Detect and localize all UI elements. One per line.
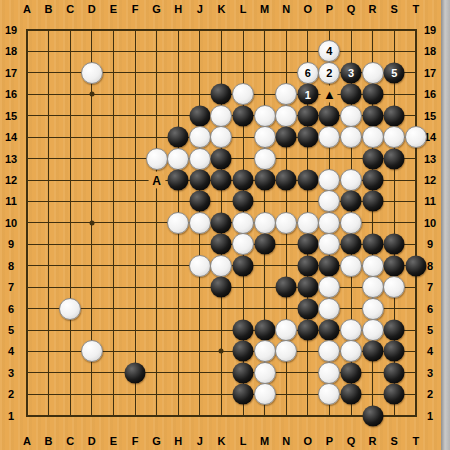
hoshi-point-D10 xyxy=(89,220,94,225)
coord-left-16: 16 xyxy=(5,89,17,100)
stone-black-O8[interactable] xyxy=(297,255,318,276)
stone-white-P14[interactable] xyxy=(318,126,340,148)
stone-white-M2[interactable] xyxy=(254,383,276,405)
stone-black-L15[interactable] xyxy=(233,105,254,126)
stone-black-J15[interactable] xyxy=(189,105,210,126)
stone-white-H13[interactable] xyxy=(167,148,189,170)
stone-black-O5[interactable] xyxy=(297,320,318,341)
hoshi-point-K4 xyxy=(219,349,224,354)
coord-left-13: 13 xyxy=(5,153,17,164)
stone-black-F3[interactable] xyxy=(125,362,146,383)
coord-left-9: 9 xyxy=(8,239,14,250)
stone-white-R17[interactable] xyxy=(362,62,384,84)
stone-black-O9[interactable] xyxy=(297,234,318,255)
coord-bottom-A: A xyxy=(23,436,31,447)
grid-line xyxy=(415,29,417,417)
stone-black-L11[interactable] xyxy=(233,191,254,212)
stone-black-S17[interactable]: 5 xyxy=(384,62,405,83)
stone-black-J11[interactable] xyxy=(189,191,210,212)
coord-right-10: 10 xyxy=(424,217,436,228)
coord-bottom-S: S xyxy=(391,436,398,447)
stone-black-O16[interactable]: 1 xyxy=(297,84,318,105)
coord-bottom-L: L xyxy=(240,436,247,447)
coord-left-5: 5 xyxy=(8,325,14,336)
coord-left-2: 2 xyxy=(8,389,14,400)
coord-top-K: K xyxy=(217,4,225,15)
stone-white-L10[interactable] xyxy=(232,212,254,234)
coord-top-H: H xyxy=(174,4,182,15)
stone-black-P5[interactable] xyxy=(319,320,340,341)
stone-white-O17[interactable]: 6 xyxy=(297,62,319,84)
stone-black-S9[interactable] xyxy=(384,234,405,255)
move-number-label: 5 xyxy=(391,67,397,79)
letter-mark-G12[interactable]: A xyxy=(148,172,165,189)
grid-line xyxy=(26,308,417,309)
coord-bottom-H: H xyxy=(174,436,182,447)
stone-black-P15[interactable] xyxy=(319,105,340,126)
coord-top-M: M xyxy=(260,4,269,15)
coord-bottom-T: T xyxy=(412,436,419,447)
stone-black-H14[interactable] xyxy=(168,127,189,148)
stone-white-M3[interactable] xyxy=(254,362,276,384)
coord-right-6: 6 xyxy=(427,303,433,314)
stone-black-L3[interactable] xyxy=(233,362,254,383)
coord-bottom-O: O xyxy=(304,436,313,447)
stone-white-R8[interactable] xyxy=(362,255,384,277)
stone-black-S15[interactable] xyxy=(384,105,405,126)
coord-bottom-M: M xyxy=(260,436,269,447)
move-number-label: 6 xyxy=(305,67,311,79)
coord-top-L: L xyxy=(240,4,247,15)
coord-left-10: 10 xyxy=(5,217,17,228)
move-number-label: 4 xyxy=(326,45,332,57)
stone-black-Q11[interactable] xyxy=(341,191,362,212)
stone-black-R9[interactable] xyxy=(362,234,383,255)
stone-white-K15[interactable] xyxy=(210,105,232,127)
stone-black-R16[interactable] xyxy=(362,84,383,105)
stone-white-J14[interactable] xyxy=(189,126,211,148)
coord-left-1: 1 xyxy=(8,410,14,421)
stone-black-M9[interactable] xyxy=(254,234,275,255)
coord-right-9: 9 xyxy=(427,239,433,250)
coord-bottom-F: F xyxy=(132,436,139,447)
stone-black-N7[interactable] xyxy=(276,277,297,298)
stone-black-S5[interactable] xyxy=(384,320,405,341)
stone-black-T8[interactable] xyxy=(405,255,426,276)
coord-right-7: 7 xyxy=(427,282,433,293)
stone-black-Q2[interactable] xyxy=(341,384,362,405)
coord-right-8: 8 xyxy=(427,260,433,271)
coord-bottom-Q: Q xyxy=(347,436,356,447)
stone-white-P3[interactable] xyxy=(318,362,340,384)
stone-white-S14[interactable] xyxy=(383,126,405,148)
stone-white-L9[interactable] xyxy=(232,233,254,255)
stone-black-S3[interactable] xyxy=(384,362,405,383)
stone-black-P8[interactable] xyxy=(319,255,340,276)
stone-black-K12[interactable] xyxy=(211,170,232,191)
stone-white-O10[interactable] xyxy=(297,212,319,234)
stone-black-R1[interactable] xyxy=(362,405,383,426)
stone-white-N4[interactable] xyxy=(275,340,297,362)
stone-black-K16[interactable] xyxy=(211,84,232,105)
coord-right-12: 12 xyxy=(424,175,436,186)
coord-right-11: 11 xyxy=(424,196,436,207)
coord-bottom-B: B xyxy=(45,436,53,447)
stone-black-K9[interactable] xyxy=(211,234,232,255)
coord-top-D: D xyxy=(88,4,96,15)
stone-white-Q14[interactable] xyxy=(340,126,362,148)
triangle-mark-P16[interactable]: ▲ xyxy=(321,86,338,103)
coord-bottom-K: K xyxy=(217,436,225,447)
stone-white-P2[interactable] xyxy=(318,383,340,405)
stone-black-M5[interactable] xyxy=(254,320,275,341)
stone-white-J8[interactable] xyxy=(189,255,211,277)
coord-top-G: G xyxy=(152,4,161,15)
stone-black-S13[interactable] xyxy=(384,148,405,169)
coord-top-B: B xyxy=(45,4,53,15)
stone-white-P6[interactable] xyxy=(318,298,340,320)
stone-black-O7[interactable] xyxy=(297,277,318,298)
go-diagram-screen: AABBCCDDEEFFGGHHJJKKLLMMNNOOPPQQRRSSTT19… xyxy=(0,0,450,450)
stone-white-D4[interactable] xyxy=(81,340,103,362)
move-number-label: 1 xyxy=(305,88,311,100)
stone-white-Q5[interactable] xyxy=(340,319,362,341)
move-number-label: 2 xyxy=(326,67,332,79)
stone-white-N16[interactable] xyxy=(275,83,297,105)
stone-white-M14[interactable] xyxy=(254,126,276,148)
coord-left-18: 18 xyxy=(5,46,17,57)
stone-white-J13[interactable] xyxy=(189,148,211,170)
stone-black-Q9[interactable] xyxy=(341,234,362,255)
coord-top-Q: Q xyxy=(347,4,356,15)
stone-black-N12[interactable] xyxy=(276,170,297,191)
stone-white-M4[interactable] xyxy=(254,340,276,362)
coord-left-4: 4 xyxy=(8,346,14,357)
stone-black-Q16[interactable] xyxy=(341,84,362,105)
stone-black-Q17[interactable]: 3 xyxy=(341,62,362,83)
stone-black-K13[interactable] xyxy=(211,148,232,169)
stone-white-R6[interactable] xyxy=(362,298,384,320)
grid-line xyxy=(26,415,417,417)
stone-black-O12[interactable] xyxy=(297,170,318,191)
coord-top-F: F xyxy=(132,4,139,15)
stone-white-P7[interactable] xyxy=(318,276,340,298)
stone-black-O15[interactable] xyxy=(297,105,318,126)
coord-left-17: 17 xyxy=(5,67,17,78)
stone-white-Q8[interactable] xyxy=(340,255,362,277)
stone-white-Q15[interactable] xyxy=(340,105,362,127)
coord-left-3: 3 xyxy=(8,367,14,378)
triangle-glyph: ▲ xyxy=(323,87,336,102)
stone-white-R5[interactable] xyxy=(362,319,384,341)
coord-right-2: 2 xyxy=(427,389,433,400)
coord-top-J: J xyxy=(197,4,203,15)
stone-white-K8[interactable] xyxy=(210,255,232,277)
coord-left-6: 6 xyxy=(8,303,14,314)
stone-black-L12[interactable] xyxy=(233,170,254,191)
coord-bottom-P: P xyxy=(326,436,333,447)
coord-right-1: 1 xyxy=(427,410,433,421)
stone-white-K14[interactable] xyxy=(210,126,232,148)
coord-top-O: O xyxy=(304,4,313,15)
window-edge-strip xyxy=(441,0,450,450)
stone-white-N10[interactable] xyxy=(275,212,297,234)
coord-top-T: T xyxy=(412,4,419,15)
stone-white-P18[interactable]: 4 xyxy=(318,40,340,62)
stone-white-M13[interactable] xyxy=(254,148,276,170)
stone-black-O14[interactable] xyxy=(297,127,318,148)
coord-bottom-G: G xyxy=(152,436,161,447)
coord-bottom-D: D xyxy=(88,436,96,447)
stone-black-J12[interactable] xyxy=(189,170,210,191)
stone-white-N5[interactable] xyxy=(275,319,297,341)
coord-top-N: N xyxy=(282,4,290,15)
stone-white-P11[interactable] xyxy=(318,190,340,212)
coord-bottom-J: J xyxy=(197,436,203,447)
stone-black-K7[interactable] xyxy=(211,277,232,298)
coord-bottom-R: R xyxy=(369,436,377,447)
stone-white-J10[interactable] xyxy=(189,212,211,234)
stone-white-M15[interactable] xyxy=(254,105,276,127)
stone-white-G13[interactable] xyxy=(146,148,168,170)
stone-white-Q4[interactable] xyxy=(340,340,362,362)
coord-top-C: C xyxy=(66,4,74,15)
go-board[interactable]: AABBCCDDEEFFGGHHJJKKLLMMNNOOPPQQRRSSTT19… xyxy=(0,0,450,450)
letter-glyph: A xyxy=(152,173,161,187)
coord-left-7: 7 xyxy=(8,282,14,293)
stone-black-R15[interactable] xyxy=(362,105,383,126)
coord-top-S: S xyxy=(391,4,398,15)
coord-top-P: P xyxy=(326,4,333,15)
stone-black-R11[interactable] xyxy=(362,191,383,212)
stone-white-C6[interactable] xyxy=(59,298,81,320)
coord-right-15: 15 xyxy=(424,110,436,121)
coord-right-16: 16 xyxy=(424,89,436,100)
stone-white-S7[interactable] xyxy=(383,276,405,298)
coord-right-18: 18 xyxy=(424,46,436,57)
stone-white-P12[interactable] xyxy=(318,169,340,191)
stone-black-N14[interactable] xyxy=(276,127,297,148)
coord-right-3: 3 xyxy=(427,367,433,378)
stone-white-H10[interactable] xyxy=(167,212,189,234)
stone-white-T14[interactable] xyxy=(405,126,427,148)
stone-white-Q10[interactable] xyxy=(340,212,362,234)
coord-top-R: R xyxy=(369,4,377,15)
stone-black-R4[interactable] xyxy=(362,341,383,362)
stone-black-S2[interactable] xyxy=(384,384,405,405)
stone-black-L8[interactable] xyxy=(233,255,254,276)
coord-left-14: 14 xyxy=(5,132,17,143)
stone-black-R13[interactable] xyxy=(362,148,383,169)
coord-right-4: 4 xyxy=(427,346,433,357)
stone-white-P9[interactable] xyxy=(318,233,340,255)
stone-black-S4[interactable] xyxy=(384,341,405,362)
stone-black-L4[interactable] xyxy=(233,341,254,362)
stone-black-O6[interactable] xyxy=(297,298,318,319)
stone-white-Q12[interactable] xyxy=(340,169,362,191)
coord-left-8: 8 xyxy=(8,260,14,271)
stone-white-M10[interactable] xyxy=(254,212,276,234)
coord-right-17: 17 xyxy=(424,67,436,78)
coord-left-19: 19 xyxy=(5,25,17,36)
coord-left-15: 15 xyxy=(5,110,17,121)
stone-white-P10[interactable] xyxy=(318,212,340,234)
coord-right-13: 13 xyxy=(424,153,436,164)
coord-top-E: E xyxy=(110,4,117,15)
stone-white-L16[interactable] xyxy=(232,83,254,105)
coord-bottom-N: N xyxy=(282,436,290,447)
coord-right-5: 5 xyxy=(427,325,433,336)
hoshi-point-D16 xyxy=(89,92,94,97)
stone-white-D17[interactable] xyxy=(81,62,103,84)
coord-bottom-C: C xyxy=(66,436,74,447)
move-number-label: 3 xyxy=(348,67,354,79)
stone-white-R14[interactable] xyxy=(362,126,384,148)
coord-top-A: A xyxy=(23,4,31,15)
stone-black-Q3[interactable] xyxy=(341,362,362,383)
stone-black-R12[interactable] xyxy=(362,170,383,191)
stone-white-P4[interactable] xyxy=(318,340,340,362)
stone-black-M12[interactable] xyxy=(254,170,275,191)
stone-white-P17[interactable]: 2 xyxy=(318,62,340,84)
stone-black-S8[interactable] xyxy=(384,255,405,276)
coord-bottom-E: E xyxy=(110,436,117,447)
coord-left-11: 11 xyxy=(5,196,17,207)
stone-black-L2[interactable] xyxy=(233,384,254,405)
stone-black-K10[interactable] xyxy=(211,212,232,233)
stone-black-H12[interactable] xyxy=(168,170,189,191)
stone-white-N15[interactable] xyxy=(275,105,297,127)
stone-black-L5[interactable] xyxy=(233,320,254,341)
coord-left-12: 12 xyxy=(5,175,17,186)
coord-right-19: 19 xyxy=(424,25,436,36)
stone-white-R7[interactable] xyxy=(362,276,384,298)
